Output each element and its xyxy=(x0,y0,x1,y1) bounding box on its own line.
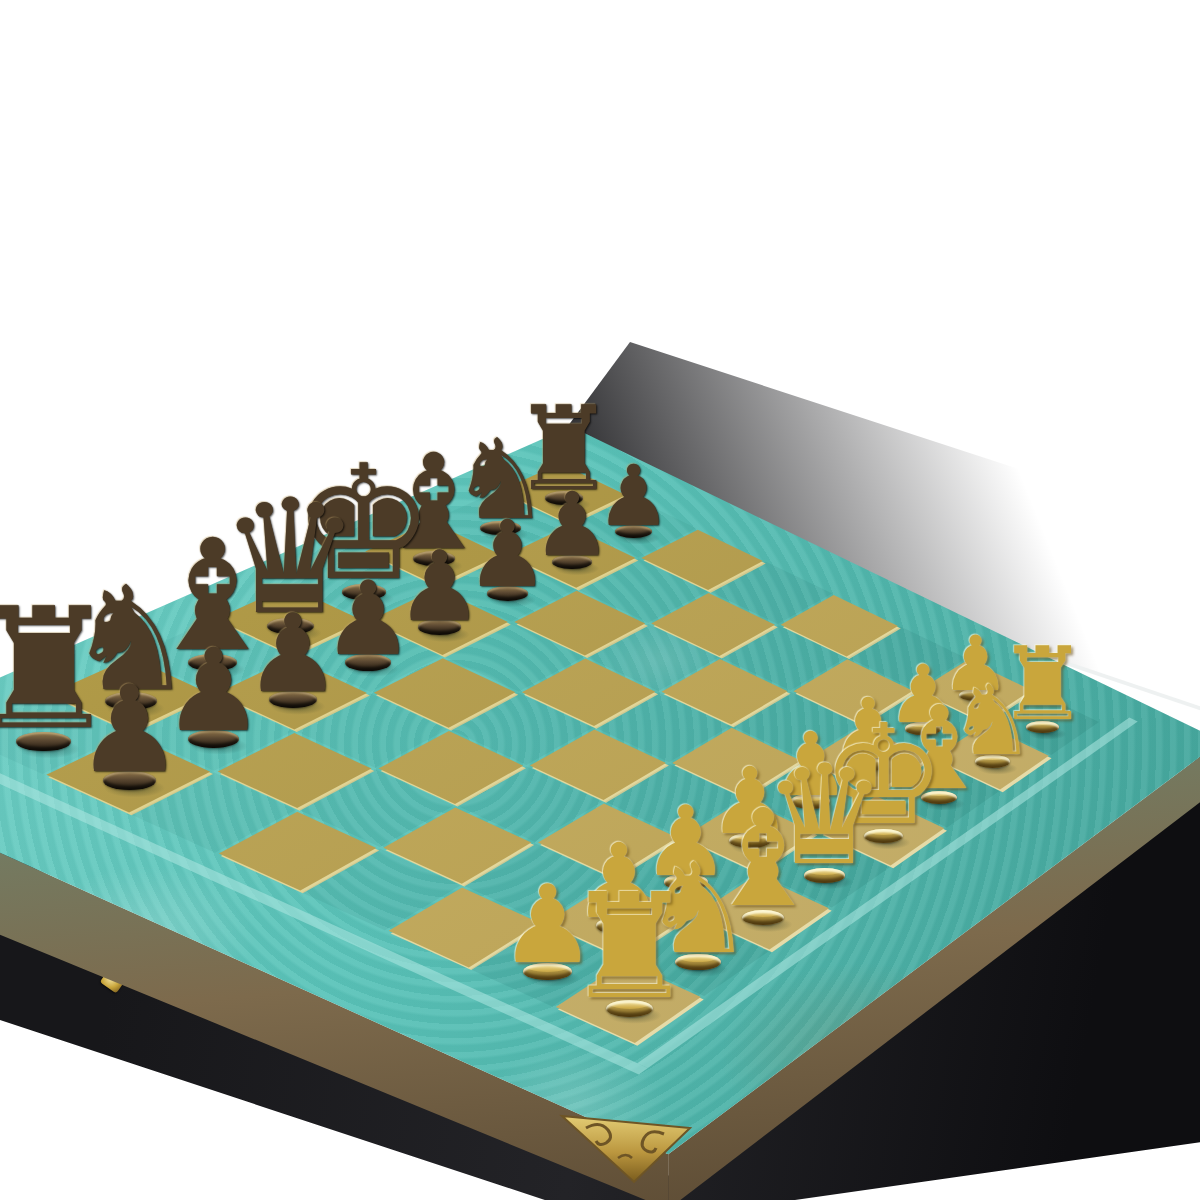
white-pawn-glyph: ♟ xyxy=(709,756,791,848)
white-pawn-glyph: ♟ xyxy=(499,872,596,980)
white-knight-glyph: ♞ xyxy=(949,672,1036,769)
black-knight-glyph: ♞ xyxy=(451,425,551,536)
black-bishop-f8[interactable]: ♝ xyxy=(0,0,1200,1200)
piece-base-disc xyxy=(345,654,391,670)
black-queen-d8[interactable]: ♛ xyxy=(0,0,1200,1200)
piece-base-disc xyxy=(188,730,239,748)
piece-base-disc xyxy=(269,691,317,708)
black-knight-g8[interactable]: ♞ xyxy=(0,0,1200,1200)
piece-base-disc xyxy=(804,868,845,883)
piece-shadow xyxy=(92,775,177,801)
piece-base-disc xyxy=(188,654,237,672)
black-king-glyph: ♚ xyxy=(293,444,435,602)
piece-base-disc xyxy=(729,833,770,848)
white-bishop-glyph: ♝ xyxy=(887,691,990,806)
piece-shadow xyxy=(858,833,919,852)
white-pawn-c2[interactable]: ♟ xyxy=(0,0,1200,1200)
black-knight-glyph: ♞ xyxy=(66,567,195,711)
piece-base-disc xyxy=(864,829,903,843)
piece-shadow xyxy=(954,693,1007,709)
black-pawn-a7[interactable]: ♟ xyxy=(0,0,1200,1200)
piece-shadow xyxy=(259,622,332,645)
piece-shadow xyxy=(260,695,336,718)
white-pawn-glyph: ♟ xyxy=(573,830,665,933)
piece-base-disc xyxy=(596,917,642,933)
piece-base-disc xyxy=(418,619,461,635)
piece-shadow xyxy=(411,624,479,645)
black-pawn-b7[interactable]: ♟ xyxy=(0,0,1200,1200)
piece-base-disc xyxy=(105,692,157,711)
white-pawn-b2[interactable]: ♟ xyxy=(0,0,1200,1200)
piece-shadow xyxy=(179,734,259,759)
piece-base-disc xyxy=(606,1000,654,1017)
white-rook-glyph: ♜ xyxy=(564,873,694,1018)
white-bishop-f1[interactable]: ♝ xyxy=(0,0,1200,1200)
black-pawn-glyph: ♟ xyxy=(76,670,184,790)
black-pawn-f7[interactable]: ♟ xyxy=(0,0,1200,1200)
piece-shadow xyxy=(1021,726,1074,742)
piece-shadow xyxy=(546,559,608,578)
piece-shadow xyxy=(539,495,599,513)
piece-base-disc xyxy=(267,618,314,635)
black-bishop-glyph: ♝ xyxy=(144,519,282,673)
black-pawn-e7[interactable]: ♟ xyxy=(0,0,1200,1200)
white-bishop-c1[interactable]: ♝ xyxy=(0,0,1200,1200)
piece-shadow xyxy=(785,799,847,818)
black-queen-glyph: ♛ xyxy=(219,478,361,636)
white-pawn-a2[interactable]: ♟ xyxy=(0,0,1200,1200)
piece-shadow xyxy=(798,872,862,892)
piece-base-disc xyxy=(545,491,583,505)
white-rook-glyph: ♜ xyxy=(997,634,1088,735)
piece-shadow xyxy=(179,658,256,682)
white-knight-b1[interactable]: ♞ xyxy=(0,0,1200,1200)
white-bishop-glyph: ♝ xyxy=(703,793,823,927)
piece-base-disc xyxy=(1026,721,1059,733)
black-rook-glyph: ♜ xyxy=(512,390,616,506)
piece-base-disc xyxy=(921,791,958,804)
piece-shadow xyxy=(609,529,668,547)
piece-base-disc xyxy=(16,732,71,752)
white-king-e1[interactable]: ♚ xyxy=(0,0,1200,1200)
white-rook-h1[interactable]: ♜ xyxy=(0,0,1200,1200)
piece-shadow xyxy=(588,921,660,943)
product-photo-scene: ♜♞♟♝♟♚♟♛♟♟♝♟♟♞♜♟♟♜♞♟♟♝♟♚♟♛♟♝♟♞♟♜ xyxy=(0,0,1200,1200)
white-pawn-g2[interactable]: ♟ xyxy=(0,0,1200,1200)
piece-base-disc xyxy=(552,555,591,569)
piece-base-disc xyxy=(103,771,157,790)
white-queen-d1[interactable]: ♛ xyxy=(0,0,1200,1200)
black-pawn-glyph: ♟ xyxy=(162,634,264,748)
white-pawn-glyph: ♟ xyxy=(643,793,730,890)
piece-base-disc xyxy=(487,586,528,601)
piece-shadow xyxy=(515,967,591,990)
black-pawn-glyph: ♟ xyxy=(596,454,671,538)
piece-shadow xyxy=(597,1004,672,1027)
piece-shadow xyxy=(337,658,409,680)
pieces-layer: ♜♞♟♝♟♚♟♛♟♟♝♟♟♞♜♟♟♜♞♟♟♝♟♚♟♛♟♝♟♞♟♜ xyxy=(0,0,1200,1200)
white-queen-glyph: ♛ xyxy=(763,747,887,885)
white-pawn-glyph: ♟ xyxy=(771,721,850,809)
white-pawn-f2[interactable]: ♟ xyxy=(0,0,1200,1200)
piece-shadow xyxy=(95,696,177,721)
black-bishop-c8[interactable]: ♝ xyxy=(0,0,1200,1200)
piece-shadow xyxy=(722,837,787,857)
piece-base-disc xyxy=(905,722,941,735)
black-rook-glyph: ♜ xyxy=(0,585,119,752)
piece-base-disc xyxy=(742,910,785,925)
white-rook-a1[interactable]: ♜ xyxy=(0,0,1200,1200)
white-pawn-glyph: ♟ xyxy=(941,626,1009,702)
piece-base-disc xyxy=(480,521,520,535)
white-pawn-h2[interactable]: ♟ xyxy=(0,0,1200,1200)
piece-shadow xyxy=(406,556,472,576)
piece-base-disc xyxy=(850,758,887,771)
piece-base-disc xyxy=(959,689,993,701)
piece-base-disc xyxy=(664,874,708,890)
piece-shadow xyxy=(668,958,739,980)
piece-base-disc xyxy=(413,551,455,566)
black-pawn-glyph: ♟ xyxy=(322,569,413,671)
piece-base-disc xyxy=(791,794,830,808)
piece-shadow xyxy=(734,914,801,935)
piece-shadow xyxy=(334,588,404,609)
black-rook-h8[interactable]: ♜ xyxy=(0,0,1200,1200)
black-rook-a8[interactable]: ♜ xyxy=(0,0,1200,1200)
piece-shadow xyxy=(480,590,545,610)
black-pawn-h7[interactable]: ♟ xyxy=(0,0,1200,1200)
black-bishop-glyph: ♝ xyxy=(375,436,493,568)
piece-shadow xyxy=(657,878,726,899)
piece-base-disc xyxy=(342,584,386,600)
piece-shadow xyxy=(970,760,1025,777)
white-pawn-e2[interactable]: ♟ xyxy=(0,0,1200,1200)
piece-base-disc xyxy=(523,963,572,980)
black-pawn-glyph: ♟ xyxy=(245,600,342,708)
piece-base-disc xyxy=(675,954,720,970)
piece-shadow xyxy=(915,795,973,813)
white-pawn-glyph: ♟ xyxy=(831,687,906,771)
white-knight-g1[interactable]: ♞ xyxy=(0,0,1200,1200)
black-pawn-glyph: ♟ xyxy=(466,509,548,601)
white-king-glyph: ♚ xyxy=(821,707,945,845)
piece-base-disc xyxy=(615,525,652,538)
piece-shadow xyxy=(900,727,956,744)
black-pawn-c7[interactable]: ♟ xyxy=(0,0,1200,1200)
piece-shadow xyxy=(6,736,92,763)
piece-shadow xyxy=(474,525,537,544)
white-pawn-glyph: ♟ xyxy=(887,656,959,736)
piece-shadow xyxy=(844,762,903,780)
black-king-e8[interactable]: ♚ xyxy=(0,0,1200,1200)
piece-base-disc xyxy=(975,755,1010,768)
black-pawn-glyph: ♟ xyxy=(396,538,483,635)
black-pawn-glyph: ♟ xyxy=(533,481,612,569)
white-knight-glyph: ♞ xyxy=(642,846,754,971)
black-pawn-d7[interactable]: ♟ xyxy=(0,0,1200,1200)
white-pawn-d2[interactable]: ♟ xyxy=(0,0,1200,1200)
black-knight-b8[interactable]: ♞ xyxy=(0,0,1200,1200)
black-pawn-g7[interactable]: ♟ xyxy=(0,0,1200,1200)
